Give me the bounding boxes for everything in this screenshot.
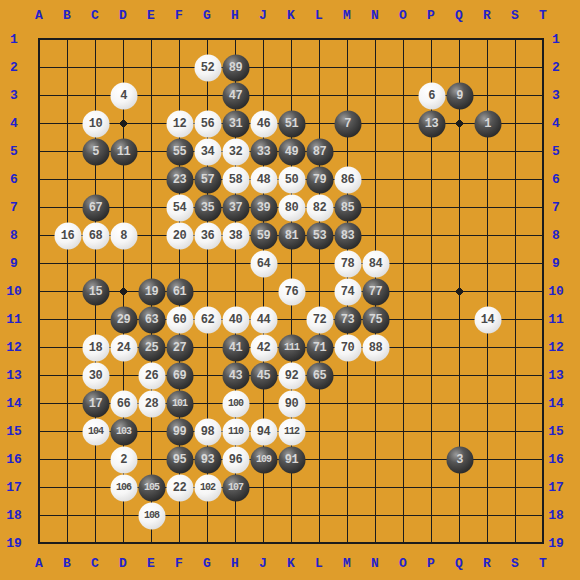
black-stone-D5[interactable]: 11 (110, 138, 137, 165)
move-number: 57 (201, 174, 214, 186)
move-number: 111 (284, 343, 299, 353)
black-stone-F10[interactable]: 61 (166, 278, 193, 305)
black-stone-K4[interactable]: 51 (278, 110, 305, 137)
column-label-bottom: A (35, 557, 43, 570)
move-number: 41 (229, 342, 242, 354)
move-number: 74 (341, 286, 354, 298)
black-stone-J16[interactable]: 109 (250, 446, 277, 473)
white-stone-J11[interactable]: 44 (250, 306, 277, 333)
black-stone-F6[interactable]: 23 (166, 166, 193, 193)
move-number: 28 (145, 398, 158, 410)
white-stone-N9[interactable]: 84 (362, 250, 389, 277)
column-label-bottom: J (259, 557, 267, 570)
row-label-right: 16 (548, 453, 564, 466)
move-number: 100 (228, 399, 243, 409)
white-stone-J15[interactable]: 94 (250, 418, 277, 445)
white-stone-D3[interactable]: 4 (110, 82, 137, 109)
move-number: 94 (257, 426, 270, 438)
white-stone-D16[interactable]: 2 (110, 446, 137, 473)
move-number: 77 (369, 286, 382, 298)
white-stone-K13[interactable]: 92 (278, 362, 305, 389)
column-label-bottom: C (91, 557, 99, 570)
move-number: 15 (89, 286, 102, 298)
move-number: 12 (173, 118, 186, 130)
black-stone-M4[interactable]: 7 (334, 110, 361, 137)
move-number: 95 (173, 454, 186, 466)
move-number: 62 (201, 314, 214, 326)
white-stone-C12[interactable]: 18 (82, 334, 109, 361)
column-label-bottom: L (315, 557, 323, 570)
black-stone-H2[interactable]: 89 (222, 54, 249, 81)
move-number: 8 (120, 230, 127, 242)
white-stone-D8[interactable]: 8 (110, 222, 137, 249)
white-stone-L7[interactable]: 82 (306, 194, 333, 221)
move-number: 55 (173, 146, 186, 158)
move-number: 25 (145, 342, 158, 354)
white-stone-F11[interactable]: 60 (166, 306, 193, 333)
white-stone-C4[interactable]: 10 (82, 110, 109, 137)
black-stone-J8[interactable]: 59 (250, 222, 277, 249)
black-stone-K12[interactable]: 111 (278, 334, 305, 361)
move-number: 67 (89, 202, 102, 214)
white-stone-H15[interactable]: 110 (222, 418, 249, 445)
black-stone-Q16[interactable]: 3 (446, 446, 473, 473)
column-label-top: F (175, 9, 183, 22)
move-number: 76 (285, 286, 298, 298)
black-stone-H12[interactable]: 41 (222, 334, 249, 361)
move-number: 9 (456, 90, 463, 102)
white-stone-J6[interactable]: 48 (250, 166, 277, 193)
black-stone-L6[interactable]: 79 (306, 166, 333, 193)
move-number: 22 (173, 482, 186, 494)
black-stone-K5[interactable]: 49 (278, 138, 305, 165)
black-stone-L13[interactable]: 65 (306, 362, 333, 389)
row-label-left: 2 (10, 61, 18, 74)
move-number: 6 (428, 90, 435, 102)
move-number: 54 (173, 202, 186, 214)
move-number: 109 (256, 455, 271, 465)
move-number: 80 (285, 202, 298, 214)
black-stone-E12[interactable]: 25 (138, 334, 165, 361)
move-number: 88 (369, 342, 382, 354)
row-label-right: 8 (552, 229, 560, 242)
move-number: 69 (173, 370, 186, 382)
move-number: 63 (145, 314, 158, 326)
black-stone-J13[interactable]: 45 (250, 362, 277, 389)
column-label-bottom: H (231, 557, 239, 570)
white-stone-D17[interactable]: 106 (110, 474, 137, 501)
move-number: 56 (201, 118, 214, 130)
white-stone-E18[interactable]: 108 (138, 502, 165, 529)
row-label-right: 6 (552, 173, 560, 186)
white-stone-D12[interactable]: 24 (110, 334, 137, 361)
row-label-right: 2 (552, 61, 560, 74)
column-label-top: S (511, 9, 519, 22)
black-stone-J7[interactable]: 39 (250, 194, 277, 221)
row-label-right: 17 (548, 481, 564, 494)
white-stone-F7[interactable]: 54 (166, 194, 193, 221)
column-label-top: B (63, 9, 71, 22)
black-stone-E10[interactable]: 19 (138, 278, 165, 305)
black-stone-K16[interactable]: 91 (278, 446, 305, 473)
row-label-right: 9 (552, 257, 560, 270)
black-stone-E17[interactable]: 105 (138, 474, 165, 501)
row-label-left: 6 (10, 173, 18, 186)
move-number: 65 (313, 370, 326, 382)
black-stone-P4[interactable]: 13 (418, 110, 445, 137)
white-stone-H5[interactable]: 32 (222, 138, 249, 165)
black-stone-F15[interactable]: 99 (166, 418, 193, 445)
column-label-top: P (427, 9, 435, 22)
black-stone-G6[interactable]: 57 (194, 166, 221, 193)
move-number: 112 (284, 427, 299, 437)
column-label-bottom: S (511, 557, 519, 570)
black-stone-L5[interactable]: 87 (306, 138, 333, 165)
column-label-bottom: M (343, 557, 351, 570)
black-stone-L8[interactable]: 53 (306, 222, 333, 249)
black-stone-H13[interactable]: 43 (222, 362, 249, 389)
move-number: 16 (61, 230, 74, 242)
black-stone-F16[interactable]: 95 (166, 446, 193, 473)
move-number: 70 (341, 342, 354, 354)
white-stone-C13[interactable]: 30 (82, 362, 109, 389)
white-stone-R11[interactable]: 14 (474, 306, 501, 333)
column-label-top: T (539, 9, 547, 22)
black-stone-J5[interactable]: 33 (250, 138, 277, 165)
move-number: 82 (313, 202, 326, 214)
row-label-left: 8 (10, 229, 18, 242)
column-label-bottom: B (63, 557, 71, 570)
row-label-left: 1 (10, 33, 18, 46)
white-stone-H11[interactable]: 40 (222, 306, 249, 333)
move-number: 3 (456, 454, 463, 466)
black-stone-M8[interactable]: 83 (334, 222, 361, 249)
move-number: 7 (344, 118, 351, 130)
black-stone-D15[interactable]: 103 (110, 418, 137, 445)
column-label-top: H (231, 9, 239, 22)
white-stone-M12[interactable]: 70 (334, 334, 361, 361)
move-number: 53 (313, 230, 326, 242)
move-number: 61 (173, 286, 186, 298)
white-stone-J4[interactable]: 46 (250, 110, 277, 137)
row-label-left: 13 (6, 369, 22, 382)
white-stone-B8[interactable]: 16 (54, 222, 81, 249)
move-number: 35 (201, 202, 214, 214)
white-stone-C8[interactable]: 68 (82, 222, 109, 249)
column-label-top: L (315, 9, 323, 22)
row-label-left: 17 (6, 481, 22, 494)
black-stone-C10[interactable]: 15 (82, 278, 109, 305)
white-stone-K10[interactable]: 76 (278, 278, 305, 305)
black-stone-H3[interactable]: 47 (222, 82, 249, 109)
black-stone-C14[interactable]: 17 (82, 390, 109, 417)
move-number: 11 (117, 146, 130, 158)
move-number: 20 (173, 230, 186, 242)
move-number: 24 (117, 342, 130, 354)
move-number: 91 (285, 454, 298, 466)
column-label-bottom: O (399, 557, 407, 570)
black-stone-F14[interactable]: 101 (166, 390, 193, 417)
row-label-right: 7 (552, 201, 560, 214)
row-label-right: 10 (548, 285, 564, 298)
move-number: 59 (257, 230, 270, 242)
column-label-top: G (203, 9, 211, 22)
black-stone-Q3[interactable]: 9 (446, 82, 473, 109)
black-stone-C5[interactable]: 5 (82, 138, 109, 165)
white-stone-J9[interactable]: 64 (250, 250, 277, 277)
row-label-right: 13 (548, 369, 564, 382)
move-number: 92 (285, 370, 298, 382)
column-label-bottom: P (427, 557, 435, 570)
white-stone-K7[interactable]: 80 (278, 194, 305, 221)
move-number: 50 (285, 174, 298, 186)
move-number: 44 (257, 314, 270, 326)
move-number: 81 (285, 230, 298, 242)
move-number: 93 (201, 454, 214, 466)
column-label-top: E (147, 9, 155, 22)
row-label-right: 18 (548, 509, 564, 522)
move-number: 104 (88, 427, 103, 437)
white-stone-H16[interactable]: 96 (222, 446, 249, 473)
black-stone-E11[interactable]: 63 (138, 306, 165, 333)
move-number: 78 (341, 258, 354, 270)
move-number: 64 (257, 258, 270, 270)
row-label-left: 9 (10, 257, 18, 270)
column-label-bottom: K (287, 557, 295, 570)
column-label-bottom: R (483, 557, 491, 570)
move-number: 46 (257, 118, 270, 130)
go-board: 1234567891011121314151617181920222324252… (0, 0, 580, 580)
column-label-bottom: F (175, 557, 183, 570)
row-label-right: 19 (548, 537, 564, 550)
black-stone-G16[interactable]: 93 (194, 446, 221, 473)
row-label-left: 12 (6, 341, 22, 354)
move-number: 66 (117, 398, 130, 410)
move-number: 42 (257, 342, 270, 354)
move-number: 98 (201, 426, 214, 438)
white-stone-P3[interactable]: 6 (418, 82, 445, 109)
move-number: 99 (173, 426, 186, 438)
move-number: 13 (425, 118, 438, 130)
move-number: 110 (228, 427, 243, 437)
white-stone-D14[interactable]: 66 (110, 390, 137, 417)
move-number: 27 (173, 342, 186, 354)
move-number: 30 (89, 370, 102, 382)
move-number: 47 (229, 90, 242, 102)
move-number: 23 (173, 174, 186, 186)
move-number: 40 (229, 314, 242, 326)
white-stone-K6[interactable]: 50 (278, 166, 305, 193)
white-stone-K14[interactable]: 90 (278, 390, 305, 417)
move-number: 36 (201, 230, 214, 242)
move-number: 17 (89, 398, 102, 410)
column-label-top: A (35, 9, 43, 22)
row-label-right: 11 (548, 313, 564, 326)
move-number: 103 (116, 427, 131, 437)
move-number: 26 (145, 370, 158, 382)
row-label-right: 4 (552, 117, 560, 130)
row-label-left: 4 (10, 117, 18, 130)
black-stone-F12[interactable]: 27 (166, 334, 193, 361)
white-stone-F4[interactable]: 12 (166, 110, 193, 137)
move-number: 72 (313, 314, 326, 326)
column-label-top: Q (455, 9, 463, 22)
move-number: 2 (120, 454, 127, 466)
row-label-left: 3 (10, 89, 18, 102)
move-number: 89 (229, 62, 242, 74)
move-number: 108 (144, 511, 159, 521)
move-number: 31 (229, 118, 242, 130)
white-stone-E14[interactable]: 28 (138, 390, 165, 417)
row-label-left: 5 (10, 145, 18, 158)
row-label-right: 14 (548, 397, 564, 410)
black-stone-G7[interactable]: 35 (194, 194, 221, 221)
move-number: 71 (313, 342, 326, 354)
row-label-left: 15 (6, 425, 22, 438)
row-label-right: 15 (548, 425, 564, 438)
white-stone-M10[interactable]: 74 (334, 278, 361, 305)
move-number: 60 (173, 314, 186, 326)
white-stone-C15[interactable]: 104 (82, 418, 109, 445)
column-label-top: O (399, 9, 407, 22)
white-stone-F17[interactable]: 22 (166, 474, 193, 501)
black-stone-N10[interactable]: 77 (362, 278, 389, 305)
move-number: 29 (117, 314, 130, 326)
black-stone-H7[interactable]: 37 (222, 194, 249, 221)
move-number: 19 (145, 286, 158, 298)
row-label-right: 12 (548, 341, 564, 354)
column-label-top: J (259, 9, 267, 22)
move-number: 107 (228, 483, 243, 493)
white-stone-H6[interactable]: 58 (222, 166, 249, 193)
row-label-left: 19 (6, 537, 22, 550)
white-stone-G17[interactable]: 102 (194, 474, 221, 501)
move-number: 38 (229, 230, 242, 242)
black-stone-N11[interactable]: 75 (362, 306, 389, 333)
stones-layer: 1234567891011121314151617181920222324252… (0, 0, 580, 580)
row-label-right: 5 (552, 145, 560, 158)
move-number: 10 (89, 118, 102, 130)
move-number: 105 (144, 483, 159, 493)
move-number: 37 (229, 202, 242, 214)
move-number: 49 (285, 146, 298, 158)
move-number: 33 (257, 146, 270, 158)
column-label-bottom: D (119, 557, 127, 570)
black-stone-C7[interactable]: 67 (82, 194, 109, 221)
white-stone-K15[interactable]: 112 (278, 418, 305, 445)
white-stone-G4[interactable]: 56 (194, 110, 221, 137)
move-number: 43 (229, 370, 242, 382)
move-number: 87 (313, 146, 326, 158)
move-number: 51 (285, 118, 298, 130)
black-stone-F13[interactable]: 69 (166, 362, 193, 389)
row-label-right: 1 (552, 33, 560, 46)
move-number: 83 (341, 230, 354, 242)
move-number: 85 (341, 202, 354, 214)
black-stone-K8[interactable]: 81 (278, 222, 305, 249)
white-stone-L11[interactable]: 72 (306, 306, 333, 333)
row-label-right: 3 (552, 89, 560, 102)
column-label-bottom: E (147, 557, 155, 570)
column-label-top: C (91, 9, 99, 22)
row-label-left: 10 (6, 285, 22, 298)
move-number: 102 (200, 483, 215, 493)
black-stone-D11[interactable]: 29 (110, 306, 137, 333)
column-label-bottom: Q (455, 557, 463, 570)
white-stone-M6[interactable]: 86 (334, 166, 361, 193)
move-number: 79 (313, 174, 326, 186)
move-number: 106 (116, 483, 131, 493)
black-stone-H4[interactable]: 31 (222, 110, 249, 137)
move-number: 101 (172, 399, 187, 409)
move-number: 58 (229, 174, 242, 186)
move-number: 48 (257, 174, 270, 186)
move-number: 45 (257, 370, 270, 382)
row-label-left: 16 (6, 453, 22, 466)
column-label-top: D (119, 9, 127, 22)
black-stone-H17[interactable]: 107 (222, 474, 249, 501)
white-stone-M9[interactable]: 78 (334, 250, 361, 277)
black-stone-R4[interactable]: 1 (474, 110, 501, 137)
move-number: 68 (89, 230, 102, 242)
row-label-left: 11 (6, 313, 22, 326)
row-label-left: 14 (6, 397, 22, 410)
move-number: 75 (369, 314, 382, 326)
move-number: 73 (341, 314, 354, 326)
column-label-bottom: N (371, 557, 379, 570)
move-number: 52 (201, 62, 214, 74)
white-stone-G5[interactable]: 34 (194, 138, 221, 165)
move-number: 14 (481, 314, 494, 326)
move-number: 32 (229, 146, 242, 158)
column-label-top: R (483, 9, 491, 22)
move-number: 18 (89, 342, 102, 354)
white-stone-G8[interactable]: 36 (194, 222, 221, 249)
row-label-left: 18 (6, 509, 22, 522)
move-number: 1 (484, 118, 491, 130)
move-number: 84 (369, 258, 382, 270)
black-stone-M7[interactable]: 85 (334, 194, 361, 221)
move-number: 5 (92, 146, 99, 158)
move-number: 90 (285, 398, 298, 410)
column-label-bottom: T (539, 557, 547, 570)
white-stone-G15[interactable]: 98 (194, 418, 221, 445)
column-label-bottom: G (203, 557, 211, 570)
white-stone-H8[interactable]: 38 (222, 222, 249, 249)
move-number: 39 (257, 202, 270, 214)
column-label-top: N (371, 9, 379, 22)
move-number: 96 (229, 454, 242, 466)
white-stone-H14[interactable]: 100 (222, 390, 249, 417)
white-stone-F8[interactable]: 20 (166, 222, 193, 249)
column-label-top: M (343, 9, 351, 22)
move-number: 4 (120, 90, 127, 102)
white-stone-G2[interactable]: 52 (194, 54, 221, 81)
move-number: 86 (341, 174, 354, 186)
black-stone-M11[interactable]: 73 (334, 306, 361, 333)
row-label-left: 7 (10, 201, 18, 214)
move-number: 34 (201, 146, 214, 158)
white-stone-E13[interactable]: 26 (138, 362, 165, 389)
black-stone-F5[interactable]: 55 (166, 138, 193, 165)
white-stone-N12[interactable]: 88 (362, 334, 389, 361)
black-stone-L12[interactable]: 71 (306, 334, 333, 361)
white-stone-J12[interactable]: 42 (250, 334, 277, 361)
column-label-top: K (287, 9, 295, 22)
white-stone-G11[interactable]: 62 (194, 306, 221, 333)
